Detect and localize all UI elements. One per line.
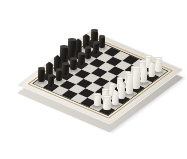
piece-top-cap <box>94 93 101 96</box>
pieces-layer <box>0 0 187 159</box>
piece-cylinder-body <box>103 96 111 110</box>
black-pawn <box>56 69 63 81</box>
piece-top-cap <box>78 52 85 55</box>
piece-top-cap <box>48 74 55 77</box>
piece-top-cap <box>139 60 146 63</box>
piece-cylinder-body <box>118 82 125 99</box>
piece-cylinder-body <box>56 69 63 81</box>
piece-top-cap <box>145 55 152 58</box>
black-pawn <box>78 53 85 65</box>
piece-top-cap <box>70 57 77 60</box>
black-pawn <box>85 47 92 59</box>
piece-top-cap <box>109 83 116 86</box>
black-pawn <box>62 63 69 75</box>
white-pawn <box>94 94 101 106</box>
piece-cylinder-body <box>148 62 155 78</box>
white-knight <box>148 62 155 78</box>
piece-top-cap <box>102 88 109 91</box>
black-pawn <box>70 58 77 70</box>
chess-set-photo <box>0 0 187 159</box>
black-pawn <box>48 75 55 87</box>
piece-top-cap <box>93 41 100 44</box>
piece-cylinder-body <box>38 68 46 82</box>
piece-cylinder-body <box>155 58 163 72</box>
black-pawn <box>93 42 100 54</box>
piece-cylinder-body <box>140 66 147 83</box>
piece-cylinder-body <box>99 36 106 48</box>
piece-cylinder-body <box>126 74 134 94</box>
black-rook <box>38 68 46 82</box>
white-bishop <box>140 66 147 83</box>
black-pawn <box>99 36 106 48</box>
piece-cylinder-body <box>62 63 69 75</box>
white-rook <box>103 96 111 110</box>
piece-top-cap <box>85 46 92 49</box>
piece-cylinder-body <box>112 90 119 106</box>
white-rook <box>155 58 163 72</box>
white-bishop <box>118 82 125 99</box>
white-queen <box>126 74 134 94</box>
piece-top-cap <box>117 77 124 80</box>
white-knight <box>112 90 119 106</box>
